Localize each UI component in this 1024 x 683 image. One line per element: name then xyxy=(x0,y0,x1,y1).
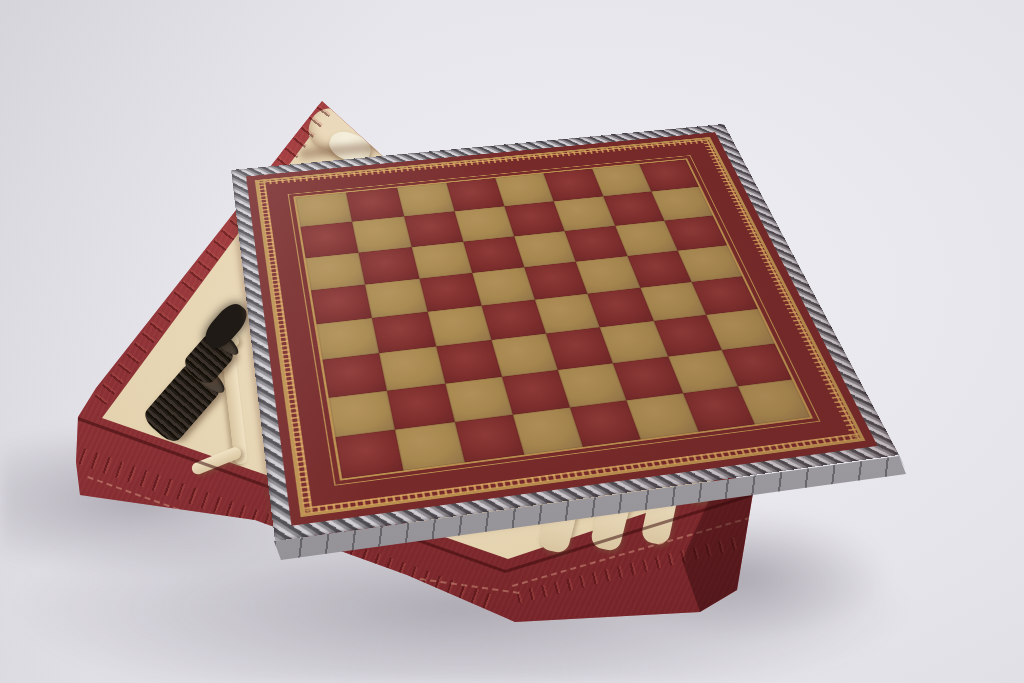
corner-rosette-icon: ✳ xyxy=(253,178,270,189)
square-r7c2 xyxy=(454,415,524,463)
chessboard-grid xyxy=(293,158,813,480)
product-photo-scene: ✳ ✳ ✳ ✳ xyxy=(0,0,1024,683)
square-r7c0 xyxy=(335,429,403,478)
square-r7c1 xyxy=(395,422,464,471)
board-margin-inner xyxy=(266,143,851,507)
corner-rosette-icon: ✳ xyxy=(296,502,318,519)
board-inner-frame xyxy=(288,155,821,486)
